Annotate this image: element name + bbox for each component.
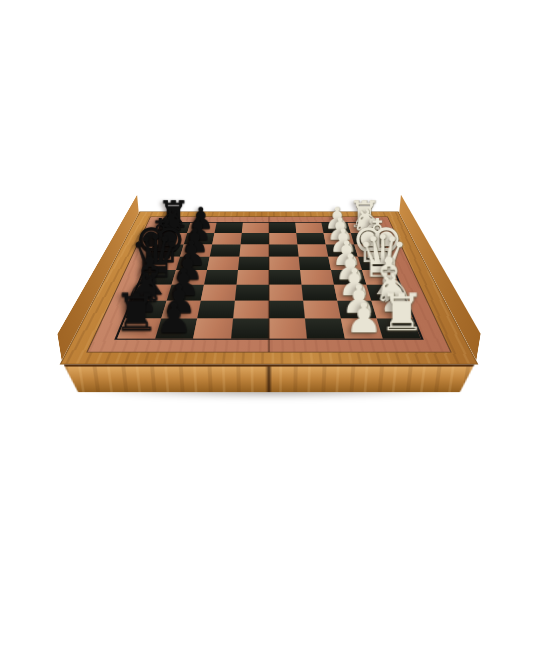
pawn-glyph: ♟ bbox=[345, 299, 382, 337]
square-h5[interactable] bbox=[242, 223, 269, 233]
pawn-glyph: ♟ bbox=[155, 299, 192, 337]
square-e5[interactable] bbox=[238, 257, 269, 270]
square-f4[interactable] bbox=[269, 244, 299, 256]
square-h4[interactable] bbox=[269, 223, 296, 233]
square-d4[interactable] bbox=[269, 270, 301, 285]
square-g4[interactable] bbox=[269, 233, 297, 244]
black-pawn-piece[interactable]: ♟ bbox=[113, 299, 234, 337]
square-b4[interactable] bbox=[269, 301, 305, 319]
square-a7[interactable]: ♟ bbox=[155, 319, 197, 339]
board-front-edge bbox=[64, 364, 475, 392]
chess-board-scene: ♜♟♟♜♞♟♟♞♝♟♟♝♚♟♟♚♛♟♟♛♝♟♟♝♞♟♟♞♜♟♟♜ bbox=[0, 0, 533, 666]
square-a4[interactable] bbox=[269, 319, 307, 339]
square-b5[interactable] bbox=[233, 301, 269, 319]
folding-chess-board: ♜♟♟♜♞♟♟♞♝♟♟♝♚♟♟♚♛♟♟♛♝♟♟♝♞♟♟♞♜♟♟♜ bbox=[60, 212, 479, 365]
square-d5[interactable] bbox=[237, 270, 269, 285]
fold-seam-front bbox=[266, 367, 271, 393]
square-c4[interactable] bbox=[269, 285, 303, 301]
square-e4[interactable] bbox=[269, 257, 300, 270]
square-c5[interactable] bbox=[235, 285, 269, 301]
square-f5[interactable] bbox=[239, 244, 269, 256]
chess-grid: ♜♟♟♜♞♟♟♞♝♟♟♝♚♟♟♚♛♟♟♛♝♟♟♝♞♟♟♞♜♟♟♜ bbox=[114, 222, 423, 340]
square-g5[interactable] bbox=[241, 233, 269, 244]
square-a2[interactable]: ♟ bbox=[341, 319, 383, 339]
square-a5[interactable] bbox=[231, 319, 269, 339]
white-pawn-piece[interactable]: ♟ bbox=[303, 299, 424, 337]
board-surface: ♜♟♟♜♞♟♟♞♝♟♟♝♚♟♟♚♛♟♟♛♝♟♟♝♞♟♟♞♜♟♟♜ bbox=[86, 216, 452, 352]
